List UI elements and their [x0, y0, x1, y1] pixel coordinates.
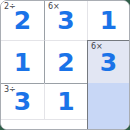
cell-r1c1[interactable]: 2÷ 2 — [1, 1, 44, 40]
cell-value: 1 — [14, 50, 31, 75]
cell-r2c2[interactable]: 2 — [44, 40, 87, 83]
cell-r1c3[interactable]: 1 — [87, 1, 129, 40]
cell-r3c3-selected-empty[interactable] — [87, 83, 129, 129]
cell-value: 2 — [14, 8, 31, 33]
cell-value: 1 — [100, 8, 117, 33]
cell-value: 1 — [57, 89, 74, 114]
page-background: 2÷ 2 6× 3 1 1 2 6× 3 3÷ 3 1 — [0, 0, 130, 130]
cell-r2c1[interactable]: 1 — [1, 40, 44, 83]
cage-label-6-multiply: 6× — [48, 2, 60, 11]
cage-label-2-divide: 2÷ — [4, 2, 16, 11]
cell-value: 3 — [57, 8, 74, 33]
cell-value: 2 — [57, 50, 74, 75]
puzzle-board: 2÷ 2 6× 3 1 1 2 6× 3 3÷ 3 1 — [0, 0, 130, 130]
cell-r1c2[interactable]: 6× 3 — [44, 1, 87, 40]
cell-value: 3 — [14, 89, 31, 114]
cell-r4c2-partial[interactable] — [44, 119, 87, 129]
cage-label-6-multiply-selected: 6× — [91, 42, 103, 51]
cell-r3c2[interactable]: 1 — [44, 83, 87, 119]
cell-r3c1[interactable]: 3÷ 3 — [1, 83, 44, 119]
cell-r2c3-highlighted-cage[interactable]: 6× 3 — [87, 40, 129, 83]
cage-label-3-divide: 3÷ — [4, 85, 16, 94]
cell-value: 3 — [100, 50, 117, 75]
cell-r4c1-partial[interactable] — [1, 119, 44, 129]
